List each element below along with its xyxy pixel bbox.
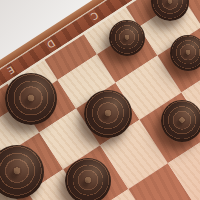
checker-piece-dark-E2[interactable] [5,73,57,125]
checker-piece-dark-D3[interactable] [84,90,132,138]
board-photo: EDC [0,0,200,200]
checker-piece-dark-E4[interactable] [65,158,111,200]
checker-piece-dark-C2[interactable] [109,20,145,56]
checker-piece-dark-C4[interactable] [161,100,200,142]
checker-piece-dark-B3[interactable] [170,35,200,71]
